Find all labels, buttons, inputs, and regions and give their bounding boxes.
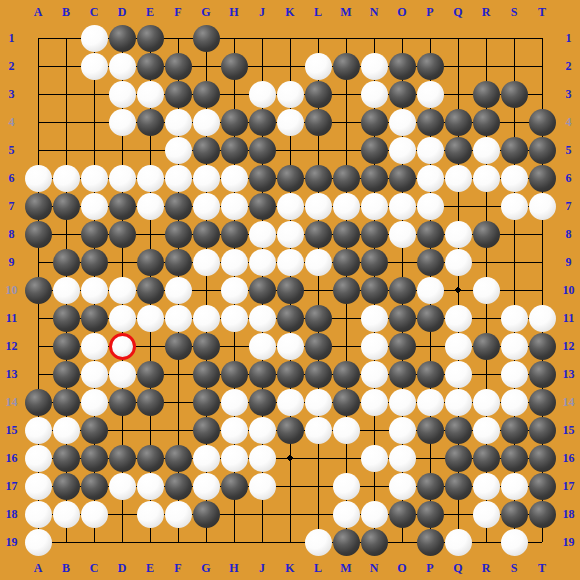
intersection-R9[interactable] [472,248,500,276]
intersection-F6[interactable] [164,164,192,192]
intersection-T8[interactable] [528,220,556,248]
intersection-H18[interactable] [220,500,248,528]
intersection-Q16[interactable] [444,444,472,472]
intersection-E9[interactable] [136,248,164,276]
intersection-J15[interactable] [248,416,276,444]
intersection-G1[interactable] [192,24,220,52]
intersection-A15[interactable] [24,416,52,444]
intersection-T12[interactable] [528,332,556,360]
intersection-T18[interactable] [528,500,556,528]
intersection-M9[interactable] [332,248,360,276]
intersection-J4[interactable] [248,108,276,136]
intersection-F12[interactable] [164,332,192,360]
intersection-R4[interactable] [472,108,500,136]
intersection-H16[interactable] [220,444,248,472]
intersection-H4[interactable] [220,108,248,136]
intersection-E15[interactable] [136,416,164,444]
intersection-O4[interactable] [388,108,416,136]
intersection-H11[interactable] [220,304,248,332]
intersection-N8[interactable] [360,220,388,248]
intersection-Q10[interactable] [444,276,472,304]
intersection-D1[interactable] [108,24,136,52]
intersection-S14[interactable] [500,388,528,416]
intersection-T6[interactable] [528,164,556,192]
intersection-C8[interactable] [80,220,108,248]
intersection-O10[interactable] [388,276,416,304]
intersection-R1[interactable] [472,24,500,52]
intersection-O13[interactable] [388,360,416,388]
intersection-D9[interactable] [108,248,136,276]
intersection-A8[interactable] [24,220,52,248]
intersection-E16[interactable] [136,444,164,472]
intersection-J10[interactable] [248,276,276,304]
intersection-R14[interactable] [472,388,500,416]
intersection-B17[interactable] [52,472,80,500]
intersection-F15[interactable] [164,416,192,444]
intersection-L8[interactable] [304,220,332,248]
intersection-B4[interactable] [52,108,80,136]
intersection-S3[interactable] [500,80,528,108]
intersection-G17[interactable] [192,472,220,500]
intersection-E18[interactable] [136,500,164,528]
intersection-T19[interactable] [528,528,556,556]
intersection-B5[interactable] [52,136,80,164]
intersection-S9[interactable] [500,248,528,276]
intersection-L19[interactable] [304,528,332,556]
intersection-Q15[interactable] [444,416,472,444]
intersection-K8[interactable] [276,220,304,248]
intersection-F11[interactable] [164,304,192,332]
intersection-Q6[interactable] [444,164,472,192]
intersection-C5[interactable] [80,136,108,164]
intersection-S1[interactable] [500,24,528,52]
intersection-Q8[interactable] [444,220,472,248]
intersection-L11[interactable] [304,304,332,332]
intersection-L3[interactable] [304,80,332,108]
intersection-F7[interactable] [164,192,192,220]
intersection-S10[interactable] [500,276,528,304]
intersection-O14[interactable] [388,388,416,416]
intersection-grid[interactable] [24,24,556,556]
intersection-Q13[interactable] [444,360,472,388]
intersection-K5[interactable] [276,136,304,164]
intersection-K18[interactable] [276,500,304,528]
intersection-B1[interactable] [52,24,80,52]
intersection-G5[interactable] [192,136,220,164]
intersection-L9[interactable] [304,248,332,276]
intersection-O6[interactable] [388,164,416,192]
intersection-E2[interactable] [136,52,164,80]
intersection-H9[interactable] [220,248,248,276]
intersection-T9[interactable] [528,248,556,276]
intersection-O2[interactable] [388,52,416,80]
intersection-Q17[interactable] [444,472,472,500]
intersection-B7[interactable] [52,192,80,220]
intersection-K9[interactable] [276,248,304,276]
intersection-A17[interactable] [24,472,52,500]
intersection-E5[interactable] [136,136,164,164]
intersection-S17[interactable] [500,472,528,500]
intersection-C6[interactable] [80,164,108,192]
intersection-S13[interactable] [500,360,528,388]
intersection-J11[interactable] [248,304,276,332]
intersection-M13[interactable] [332,360,360,388]
intersection-L12[interactable] [304,332,332,360]
intersection-S6[interactable] [500,164,528,192]
intersection-N16[interactable] [360,444,388,472]
intersection-N10[interactable] [360,276,388,304]
intersection-T15[interactable] [528,416,556,444]
intersection-G13[interactable] [192,360,220,388]
intersection-B16[interactable] [52,444,80,472]
intersection-S19[interactable] [500,528,528,556]
intersection-A10[interactable] [24,276,52,304]
intersection-H19[interactable] [220,528,248,556]
intersection-F5[interactable] [164,136,192,164]
intersection-D4[interactable] [108,108,136,136]
intersection-B9[interactable] [52,248,80,276]
intersection-P3[interactable] [416,80,444,108]
intersection-L14[interactable] [304,388,332,416]
intersection-H12[interactable] [220,332,248,360]
intersection-A7[interactable] [24,192,52,220]
intersection-T16[interactable] [528,444,556,472]
intersection-Q5[interactable] [444,136,472,164]
intersection-P7[interactable] [416,192,444,220]
intersection-O16[interactable] [388,444,416,472]
intersection-S11[interactable] [500,304,528,332]
intersection-K13[interactable] [276,360,304,388]
intersection-P14[interactable] [416,388,444,416]
intersection-T4[interactable] [528,108,556,136]
intersection-N6[interactable] [360,164,388,192]
intersection-N5[interactable] [360,136,388,164]
intersection-C17[interactable] [80,472,108,500]
intersection-P1[interactable] [416,24,444,52]
intersection-M7[interactable] [332,192,360,220]
intersection-C7[interactable] [80,192,108,220]
intersection-P4[interactable] [416,108,444,136]
intersection-Q7[interactable] [444,192,472,220]
intersection-K3[interactable] [276,80,304,108]
intersection-M19[interactable] [332,528,360,556]
intersection-N3[interactable] [360,80,388,108]
intersection-P16[interactable] [416,444,444,472]
intersection-D8[interactable] [108,220,136,248]
intersection-K6[interactable] [276,164,304,192]
intersection-H1[interactable] [220,24,248,52]
intersection-A12[interactable] [24,332,52,360]
intersection-J16[interactable] [248,444,276,472]
intersection-K16[interactable] [276,444,304,472]
intersection-O15[interactable] [388,416,416,444]
intersection-O17[interactable] [388,472,416,500]
intersection-C12[interactable] [80,332,108,360]
intersection-S7[interactable] [500,192,528,220]
intersection-C10[interactable] [80,276,108,304]
intersection-N19[interactable] [360,528,388,556]
intersection-F2[interactable] [164,52,192,80]
intersection-D17[interactable] [108,472,136,500]
intersection-N17[interactable] [360,472,388,500]
intersection-R19[interactable] [472,528,500,556]
intersection-H17[interactable] [220,472,248,500]
intersection-N2[interactable] [360,52,388,80]
intersection-H10[interactable] [220,276,248,304]
intersection-A2[interactable] [24,52,52,80]
intersection-M10[interactable] [332,276,360,304]
intersection-O18[interactable] [388,500,416,528]
intersection-L2[interactable] [304,52,332,80]
intersection-N9[interactable] [360,248,388,276]
intersection-P9[interactable] [416,248,444,276]
intersection-C4[interactable] [80,108,108,136]
intersection-G14[interactable] [192,388,220,416]
intersection-R13[interactable] [472,360,500,388]
intersection-F9[interactable] [164,248,192,276]
intersection-P6[interactable] [416,164,444,192]
intersection-Q9[interactable] [444,248,472,276]
intersection-C16[interactable] [80,444,108,472]
intersection-N4[interactable] [360,108,388,136]
intersection-J12[interactable] [248,332,276,360]
intersection-K19[interactable] [276,528,304,556]
intersection-D18[interactable] [108,500,136,528]
intersection-K15[interactable] [276,416,304,444]
intersection-N18[interactable] [360,500,388,528]
intersection-B14[interactable] [52,388,80,416]
intersection-D2[interactable] [108,52,136,80]
intersection-E12[interactable] [136,332,164,360]
intersection-M6[interactable] [332,164,360,192]
intersection-M1[interactable] [332,24,360,52]
intersection-A13[interactable] [24,360,52,388]
intersection-N11[interactable] [360,304,388,332]
intersection-O3[interactable] [388,80,416,108]
intersection-A18[interactable] [24,500,52,528]
intersection-D16[interactable] [108,444,136,472]
intersection-M18[interactable] [332,500,360,528]
intersection-P8[interactable] [416,220,444,248]
intersection-K4[interactable] [276,108,304,136]
intersection-L1[interactable] [304,24,332,52]
intersection-P5[interactable] [416,136,444,164]
intersection-B19[interactable] [52,528,80,556]
intersection-B15[interactable] [52,416,80,444]
intersection-G15[interactable] [192,416,220,444]
intersection-C18[interactable] [80,500,108,528]
intersection-P18[interactable] [416,500,444,528]
intersection-T5[interactable] [528,136,556,164]
intersection-S18[interactable] [500,500,528,528]
intersection-S4[interactable] [500,108,528,136]
intersection-J14[interactable] [248,388,276,416]
intersection-K7[interactable] [276,192,304,220]
intersection-P19[interactable] [416,528,444,556]
intersection-K10[interactable] [276,276,304,304]
intersection-J8[interactable] [248,220,276,248]
intersection-N7[interactable] [360,192,388,220]
intersection-T17[interactable] [528,472,556,500]
intersection-M5[interactable] [332,136,360,164]
intersection-R17[interactable] [472,472,500,500]
intersection-M3[interactable] [332,80,360,108]
intersection-H3[interactable] [220,80,248,108]
intersection-P12[interactable] [416,332,444,360]
intersection-H14[interactable] [220,388,248,416]
intersection-R2[interactable] [472,52,500,80]
intersection-O9[interactable] [388,248,416,276]
intersection-C15[interactable] [80,416,108,444]
intersection-J17[interactable] [248,472,276,500]
intersection-L18[interactable] [304,500,332,528]
intersection-G7[interactable] [192,192,220,220]
intersection-D13[interactable] [108,360,136,388]
intersection-L7[interactable] [304,192,332,220]
intersection-K1[interactable] [276,24,304,52]
intersection-S2[interactable] [500,52,528,80]
intersection-E1[interactable] [136,24,164,52]
intersection-E11[interactable] [136,304,164,332]
intersection-Q3[interactable] [444,80,472,108]
intersection-P13[interactable] [416,360,444,388]
intersection-D19[interactable] [108,528,136,556]
intersection-A4[interactable] [24,108,52,136]
intersection-K14[interactable] [276,388,304,416]
intersection-M17[interactable] [332,472,360,500]
intersection-P15[interactable] [416,416,444,444]
intersection-G11[interactable] [192,304,220,332]
intersection-A14[interactable] [24,388,52,416]
intersection-A9[interactable] [24,248,52,276]
intersection-G19[interactable] [192,528,220,556]
intersection-T11[interactable] [528,304,556,332]
intersection-N13[interactable] [360,360,388,388]
intersection-F10[interactable] [164,276,192,304]
intersection-T7[interactable] [528,192,556,220]
intersection-M8[interactable] [332,220,360,248]
intersection-F16[interactable] [164,444,192,472]
intersection-T13[interactable] [528,360,556,388]
intersection-F18[interactable] [164,500,192,528]
intersection-R18[interactable] [472,500,500,528]
intersection-G16[interactable] [192,444,220,472]
intersection-J1[interactable] [248,24,276,52]
intersection-S15[interactable] [500,416,528,444]
intersection-T3[interactable] [528,80,556,108]
intersection-Q1[interactable] [444,24,472,52]
intersection-J5[interactable] [248,136,276,164]
intersection-G10[interactable] [192,276,220,304]
intersection-A19[interactable] [24,528,52,556]
intersection-K17[interactable] [276,472,304,500]
intersection-R6[interactable] [472,164,500,192]
intersection-B8[interactable] [52,220,80,248]
intersection-H8[interactable] [220,220,248,248]
intersection-J9[interactable] [248,248,276,276]
intersection-E13[interactable] [136,360,164,388]
intersection-O5[interactable] [388,136,416,164]
intersection-D6[interactable] [108,164,136,192]
intersection-A6[interactable] [24,164,52,192]
intersection-F13[interactable] [164,360,192,388]
intersection-E7[interactable] [136,192,164,220]
intersection-F1[interactable] [164,24,192,52]
intersection-C3[interactable] [80,80,108,108]
intersection-S16[interactable] [500,444,528,472]
intersection-L4[interactable] [304,108,332,136]
intersection-D12[interactable] [108,332,136,360]
intersection-L13[interactable] [304,360,332,388]
go-board[interactable]: ABCDEFGHJKLMNOPQRST ABCDEFGHJKLMNOPQRST … [0,0,580,580]
intersection-Q12[interactable] [444,332,472,360]
intersection-J2[interactable] [248,52,276,80]
intersection-O7[interactable] [388,192,416,220]
intersection-L10[interactable] [304,276,332,304]
intersection-S8[interactable] [500,220,528,248]
intersection-A3[interactable] [24,80,52,108]
intersection-R3[interactable] [472,80,500,108]
intersection-T1[interactable] [528,24,556,52]
intersection-N12[interactable] [360,332,388,360]
intersection-Q11[interactable] [444,304,472,332]
intersection-R11[interactable] [472,304,500,332]
intersection-A11[interactable] [24,304,52,332]
intersection-E6[interactable] [136,164,164,192]
intersection-K12[interactable] [276,332,304,360]
intersection-G4[interactable] [192,108,220,136]
intersection-T14[interactable] [528,388,556,416]
intersection-R5[interactable] [472,136,500,164]
intersection-E3[interactable] [136,80,164,108]
intersection-A16[interactable] [24,444,52,472]
intersection-F14[interactable] [164,388,192,416]
intersection-J13[interactable] [248,360,276,388]
intersection-Q19[interactable] [444,528,472,556]
intersection-G9[interactable] [192,248,220,276]
intersection-A5[interactable] [24,136,52,164]
intersection-B11[interactable] [52,304,80,332]
intersection-N14[interactable] [360,388,388,416]
intersection-B12[interactable] [52,332,80,360]
intersection-C2[interactable] [80,52,108,80]
intersection-G18[interactable] [192,500,220,528]
intersection-F19[interactable] [164,528,192,556]
intersection-H15[interactable] [220,416,248,444]
intersection-S5[interactable] [500,136,528,164]
intersection-P2[interactable] [416,52,444,80]
intersection-E19[interactable] [136,528,164,556]
intersection-R8[interactable] [472,220,500,248]
intersection-H13[interactable] [220,360,248,388]
intersection-G3[interactable] [192,80,220,108]
intersection-K2[interactable] [276,52,304,80]
intersection-R12[interactable] [472,332,500,360]
intersection-O19[interactable] [388,528,416,556]
intersection-H7[interactable] [220,192,248,220]
intersection-Q14[interactable] [444,388,472,416]
intersection-R7[interactable] [472,192,500,220]
intersection-J19[interactable] [248,528,276,556]
intersection-K11[interactable] [276,304,304,332]
intersection-L16[interactable] [304,444,332,472]
intersection-B10[interactable] [52,276,80,304]
intersection-P10[interactable] [416,276,444,304]
intersection-C13[interactable] [80,360,108,388]
intersection-E17[interactable] [136,472,164,500]
intersection-P11[interactable] [416,304,444,332]
intersection-M12[interactable] [332,332,360,360]
